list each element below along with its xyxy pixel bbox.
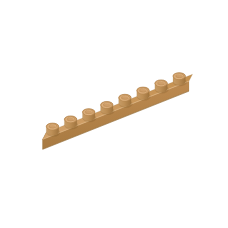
product-image-canvas [0,0,228,228]
plate-top-face [43,74,193,139]
lego-plate-1x8 [0,0,228,228]
